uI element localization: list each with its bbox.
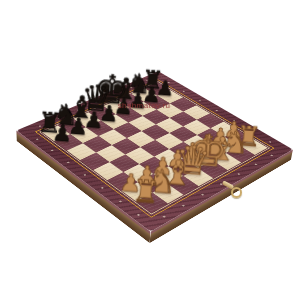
watermark-text: shahmatov.ru	[112, 101, 176, 110]
frame-inlay-dot	[237, 173, 240, 175]
frame-inlay-dot	[271, 154, 274, 156]
frame-inlay-dot	[83, 174, 86, 176]
frame-inlay-dot	[269, 141, 272, 143]
frame-inlay-dot	[51, 150, 54, 152]
frame-inlay-dot	[183, 91, 186, 92]
latch-ring-icon	[231, 187, 242, 198]
frame-inlay-dot	[254, 164, 257, 166]
frame-inlay-dot	[137, 214, 140, 216]
white-rook: ♜	[131, 175, 160, 207]
frame-inlay-dot	[67, 162, 70, 164]
frame-inlay-dot	[162, 216, 165, 218]
frame-inlay-dot	[199, 100, 202, 101]
chess-board: ♜♟♟♜♞♟♟♞♝♟♟♝♚♟♟♚♛♟♟♛♝♟♟♝♞♟♟♞♜♟♟♜	[16, 71, 293, 231]
board-tilt-wrapper: ♜♟♟♜♞♟♟♞♝♟♟♝♚♟♟♚♛♟♟♛♝♟♟♝♞♟♟♞♜♟♟♜	[16, 71, 293, 231]
brass-latch	[221, 180, 243, 198]
frame-inlay-dot	[201, 194, 204, 196]
product-photo-scene: ♜♟♟♜♞♟♟♞♝♟♟♝♚♟♟♚♛♟♟♛♝♟♟♝♞♟♟♞♜♟♟♜	[0, 0, 300, 300]
black-pawn: ♟	[51, 122, 73, 146]
frame-inlay-dot	[101, 187, 104, 189]
frame-inlay-dot	[35, 138, 38, 140]
frame-inlay-dot	[215, 110, 218, 111]
frame-inlay-dot	[119, 200, 122, 202]
frame-inlay-dot	[182, 205, 185, 207]
